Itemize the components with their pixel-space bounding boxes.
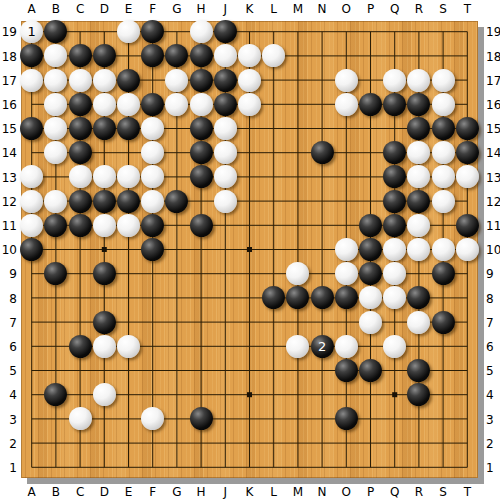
stone-R12[interactable] bbox=[407, 190, 430, 213]
star-point bbox=[247, 392, 252, 397]
stone-J15[interactable] bbox=[214, 117, 237, 140]
coord-label-top-T: T bbox=[464, 2, 471, 16]
stone-R17[interactable] bbox=[407, 69, 430, 92]
stone-P16[interactable] bbox=[359, 93, 382, 116]
stone-T10[interactable] bbox=[456, 238, 479, 261]
coord-label-bottom-K: K bbox=[246, 485, 254, 499]
stone-G17[interactable] bbox=[165, 69, 188, 92]
coord-label-bottom-M: M bbox=[293, 485, 303, 499]
coord-label-bottom-D: D bbox=[100, 485, 109, 499]
stone-S13[interactable] bbox=[432, 165, 455, 188]
stone-F16[interactable] bbox=[141, 93, 164, 116]
stone-P7[interactable] bbox=[359, 311, 382, 334]
coord-label-left-3: 3 bbox=[0, 413, 17, 427]
stone-S16[interactable] bbox=[432, 93, 455, 116]
coord-label-top-N: N bbox=[318, 2, 327, 16]
coord-label-right-8: 8 bbox=[486, 292, 494, 306]
stone-C18[interactable] bbox=[69, 44, 92, 67]
stone-T15[interactable] bbox=[456, 117, 479, 140]
coord-label-top-L: L bbox=[270, 2, 277, 16]
coord-label-right-5: 5 bbox=[486, 364, 494, 378]
stone-S9[interactable] bbox=[432, 262, 455, 285]
stone-G12[interactable] bbox=[165, 190, 188, 213]
coord-label-bottom-E: E bbox=[125, 485, 133, 499]
stone-H17[interactable] bbox=[190, 69, 213, 92]
stone-E6[interactable] bbox=[117, 335, 140, 358]
coord-label-top-M: M bbox=[293, 2, 303, 16]
stone-C14[interactable] bbox=[69, 141, 92, 164]
stone-O5[interactable] bbox=[335, 359, 358, 382]
stone-N8[interactable] bbox=[311, 286, 334, 309]
star-point bbox=[392, 392, 397, 397]
coord-label-top-B: B bbox=[52, 2, 60, 16]
stone-D6[interactable] bbox=[93, 335, 116, 358]
stone-Q16[interactable] bbox=[383, 93, 406, 116]
stone-H15[interactable] bbox=[190, 117, 213, 140]
stone-S15[interactable] bbox=[432, 117, 455, 140]
coord-label-bottom-F: F bbox=[149, 485, 156, 499]
coord-label-right-3: 3 bbox=[486, 413, 494, 427]
coord-label-left-16: 16 bbox=[0, 98, 17, 112]
coord-label-right-19: 19 bbox=[486, 25, 500, 39]
coord-label-left-7: 7 bbox=[0, 316, 17, 330]
stone-J17[interactable] bbox=[214, 69, 237, 92]
coord-label-left-14: 14 bbox=[0, 146, 17, 160]
coord-label-top-R: R bbox=[415, 2, 423, 16]
stone-O10[interactable] bbox=[335, 238, 358, 261]
coord-label-right-1: 1 bbox=[486, 461, 494, 475]
stone-S12[interactable] bbox=[432, 190, 455, 213]
coord-label-right-14: 14 bbox=[486, 146, 500, 160]
stone-J19[interactable] bbox=[214, 20, 237, 43]
coord-label-bottom-B: B bbox=[52, 485, 60, 499]
stone-H13[interactable] bbox=[190, 165, 213, 188]
coord-label-top-J: J bbox=[224, 2, 228, 16]
stone-D15[interactable] bbox=[93, 117, 116, 140]
stone-P11[interactable] bbox=[359, 214, 382, 237]
stone-C6[interactable] bbox=[69, 335, 92, 358]
coord-label-top-A: A bbox=[28, 2, 36, 16]
coord-label-left-15: 15 bbox=[0, 122, 17, 136]
stone-J14[interactable] bbox=[214, 141, 237, 164]
stone-A12[interactable] bbox=[20, 190, 43, 213]
coord-label-right-4: 4 bbox=[486, 388, 494, 402]
stone-F12[interactable] bbox=[141, 190, 164, 213]
stone-C13[interactable] bbox=[69, 165, 92, 188]
stone-D16[interactable] bbox=[93, 93, 116, 116]
stone-Q12[interactable] bbox=[383, 190, 406, 213]
stone-J12[interactable] bbox=[214, 190, 237, 213]
stone-T11[interactable] bbox=[456, 214, 479, 237]
coord-label-top-E: E bbox=[125, 2, 133, 16]
stone-S17[interactable] bbox=[432, 69, 455, 92]
stone-K17[interactable] bbox=[238, 69, 261, 92]
stone-D12[interactable] bbox=[93, 190, 116, 213]
move-number-label: 2 bbox=[318, 340, 326, 353]
star-point bbox=[247, 247, 252, 252]
coord-label-right-6: 6 bbox=[486, 340, 494, 354]
stone-D17[interactable] bbox=[93, 69, 116, 92]
coord-label-left-8: 8 bbox=[0, 292, 17, 306]
stone-A11[interactable] bbox=[20, 214, 43, 237]
stone-O16[interactable] bbox=[335, 93, 358, 116]
stone-E16[interactable] bbox=[117, 93, 140, 116]
stone-E15[interactable] bbox=[117, 117, 140, 140]
stone-H16[interactable] bbox=[190, 93, 213, 116]
stone-A17[interactable] bbox=[20, 69, 43, 92]
stone-E12[interactable] bbox=[117, 190, 140, 213]
stone-E11[interactable] bbox=[117, 214, 140, 237]
stone-K16[interactable] bbox=[238, 93, 261, 116]
coord-label-right-12: 12 bbox=[486, 195, 500, 209]
coord-label-right-15: 15 bbox=[486, 122, 500, 136]
coord-label-top-H: H bbox=[197, 2, 206, 16]
stone-Q11[interactable] bbox=[383, 214, 406, 237]
coord-label-top-D: D bbox=[100, 2, 109, 16]
stone-D7[interactable] bbox=[93, 311, 116, 334]
stone-S7[interactable] bbox=[432, 311, 455, 334]
coord-label-left-13: 13 bbox=[0, 171, 17, 185]
stone-D9[interactable] bbox=[93, 262, 116, 285]
coord-label-right-18: 18 bbox=[486, 50, 500, 64]
stone-N14[interactable] bbox=[311, 141, 334, 164]
coord-label-left-1: 1 bbox=[0, 461, 17, 475]
stone-H19[interactable] bbox=[190, 20, 213, 43]
stone-H18[interactable] bbox=[190, 44, 213, 67]
stone-S10[interactable] bbox=[432, 238, 455, 261]
stone-P5[interactable] bbox=[359, 359, 382, 382]
coord-label-bottom-Q: Q bbox=[390, 485, 399, 499]
coord-label-right-2: 2 bbox=[486, 437, 494, 451]
coord-label-left-18: 18 bbox=[0, 50, 17, 64]
coord-label-bottom-T: T bbox=[464, 485, 471, 499]
coord-label-left-17: 17 bbox=[0, 74, 17, 88]
stone-B12[interactable] bbox=[44, 190, 67, 213]
coord-label-right-11: 11 bbox=[486, 219, 500, 233]
stone-C12[interactable] bbox=[69, 190, 92, 213]
coord-label-right-13: 13 bbox=[486, 171, 500, 185]
coord-label-top-K: K bbox=[246, 2, 254, 16]
stone-O9[interactable] bbox=[335, 262, 358, 285]
coord-label-top-F: F bbox=[149, 2, 156, 16]
coord-label-bottom-G: G bbox=[172, 485, 181, 499]
coord-label-top-C: C bbox=[76, 2, 84, 16]
coord-label-top-G: G bbox=[172, 2, 181, 16]
coord-label-bottom-N: N bbox=[318, 485, 327, 499]
coord-label-right-9: 9 bbox=[486, 267, 494, 281]
coord-label-bottom-P: P bbox=[367, 485, 374, 499]
coord-label-bottom-R: R bbox=[415, 485, 423, 499]
stone-R7[interactable] bbox=[407, 311, 430, 334]
stone-P10[interactable] bbox=[359, 238, 382, 261]
coord-label-left-12: 12 bbox=[0, 195, 17, 209]
stone-H3[interactable] bbox=[190, 407, 213, 430]
stone-Q17[interactable] bbox=[383, 69, 406, 92]
stone-C11[interactable] bbox=[69, 214, 92, 237]
coord-label-bottom-L: L bbox=[270, 485, 277, 499]
coord-label-left-11: 11 bbox=[0, 219, 17, 233]
coord-label-bottom-C: C bbox=[76, 485, 84, 499]
coord-label-right-7: 7 bbox=[486, 316, 494, 330]
stone-N6[interactable]: 2 bbox=[311, 335, 334, 358]
coord-label-bottom-H: H bbox=[197, 485, 206, 499]
stone-C17[interactable] bbox=[69, 69, 92, 92]
coord-label-bottom-J: J bbox=[224, 485, 228, 499]
stone-H14[interactable] bbox=[190, 141, 213, 164]
coord-label-bottom-S: S bbox=[439, 485, 447, 499]
stone-F11[interactable] bbox=[141, 214, 164, 237]
coord-label-right-10: 10 bbox=[486, 243, 500, 257]
coord-label-bottom-O: O bbox=[342, 485, 351, 499]
stone-C15[interactable] bbox=[69, 117, 92, 140]
stone-T14[interactable] bbox=[456, 141, 479, 164]
coord-label-left-5: 5 bbox=[0, 364, 17, 378]
stone-J16[interactable] bbox=[214, 93, 237, 116]
coord-label-left-10: 10 bbox=[0, 243, 17, 257]
star-point bbox=[102, 247, 107, 252]
stone-D11[interactable] bbox=[93, 214, 116, 237]
coord-label-top-P: P bbox=[367, 2, 374, 16]
go-board-app: 12 AABBCCDDEEFFGGHHJJKKLLMMNNOOPPQQRRSST… bbox=[0, 0, 500, 500]
stone-O6[interactable] bbox=[335, 335, 358, 358]
stone-H11[interactable] bbox=[190, 214, 213, 237]
coord-label-top-S: S bbox=[439, 2, 447, 16]
stone-D4[interactable] bbox=[93, 383, 116, 406]
go-board[interactable]: 12 bbox=[21, 21, 478, 478]
coord-label-right-16: 16 bbox=[486, 98, 500, 112]
coord-label-top-Q: Q bbox=[390, 2, 399, 16]
coord-label-left-9: 9 bbox=[0, 267, 17, 281]
stone-C3[interactable] bbox=[69, 407, 92, 430]
coord-label-left-4: 4 bbox=[0, 388, 17, 402]
coord-label-right-17: 17 bbox=[486, 74, 500, 88]
stone-Q6[interactable] bbox=[383, 335, 406, 358]
stone-S14[interactable] bbox=[432, 141, 455, 164]
move-number-label: 1 bbox=[28, 25, 36, 38]
stone-O17[interactable] bbox=[335, 69, 358, 92]
coord-label-left-6: 6 bbox=[0, 340, 17, 354]
stone-C16[interactable] bbox=[69, 93, 92, 116]
stone-B17[interactable] bbox=[44, 69, 67, 92]
coord-label-bottom-A: A bbox=[28, 485, 36, 499]
coord-label-left-2: 2 bbox=[0, 437, 17, 451]
stone-E17[interactable] bbox=[117, 69, 140, 92]
coord-label-top-O: O bbox=[342, 2, 351, 16]
coord-label-left-19: 19 bbox=[0, 25, 17, 39]
